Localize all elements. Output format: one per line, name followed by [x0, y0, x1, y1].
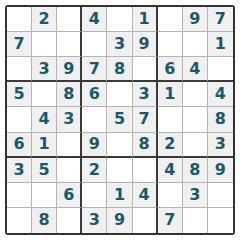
given-digit: 6: [164, 61, 175, 77]
cell-r8c2[interactable]: [32, 183, 57, 208]
given-digit: 6: [63, 187, 74, 203]
cell-r8c5[interactable]: 1: [107, 183, 132, 208]
cell-r5c8[interactable]: [183, 107, 208, 132]
cell-r8c1[interactable]: [7, 183, 32, 208]
cell-r9c2[interactable]: 8: [32, 208, 57, 233]
given-digit: 4: [215, 86, 226, 102]
sudoku-grid: 2419773913978645863144357861982335248961…: [7, 7, 233, 233]
cell-r9c8[interactable]: [183, 208, 208, 233]
given-digit: 1: [164, 86, 175, 102]
cell-r2c7[interactable]: [158, 32, 183, 57]
given-digit: 7: [89, 61, 100, 77]
cell-r6c9[interactable]: 3: [208, 133, 233, 158]
sudoku-board: 2419773913978645863144357861982335248961…: [5, 5, 235, 235]
given-digit: 5: [39, 162, 50, 178]
cell-r5c6[interactable]: 7: [133, 107, 158, 132]
cell-r6c5[interactable]: [107, 133, 132, 158]
cell-r5c3[interactable]: 3: [57, 107, 82, 132]
given-digit: 9: [63, 61, 74, 77]
cell-r1c8[interactable]: 9: [183, 7, 208, 32]
given-digit: 5: [13, 86, 24, 102]
cell-r5c2[interactable]: 4: [32, 107, 57, 132]
given-digit: 8: [114, 61, 125, 77]
given-digit: 8: [215, 111, 226, 127]
given-digit: 8: [39, 212, 50, 228]
cell-r7c9[interactable]: 9: [208, 158, 233, 183]
cell-r1c7[interactable]: [158, 7, 183, 32]
cell-r8c7[interactable]: [158, 183, 183, 208]
given-digit: 9: [139, 36, 150, 52]
given-digit: 3: [189, 187, 200, 203]
cell-r4c1[interactable]: 5: [7, 82, 32, 107]
given-digit: 6: [13, 136, 24, 152]
cell-r3c2[interactable]: 3: [32, 57, 57, 82]
cell-r4c8[interactable]: [183, 82, 208, 107]
cell-r1c4[interactable]: 4: [82, 7, 107, 32]
given-digit: 8: [189, 162, 200, 178]
cell-r3c5[interactable]: 8: [107, 57, 132, 82]
cell-r4c2[interactable]: [32, 82, 57, 107]
cell-r8c4[interactable]: [82, 183, 107, 208]
given-digit: 4: [89, 11, 100, 27]
given-digit: 4: [189, 61, 200, 77]
cell-r2c1[interactable]: 7: [7, 32, 32, 57]
cell-r7c7[interactable]: 4: [158, 158, 183, 183]
cell-r9c4[interactable]: 3: [82, 208, 107, 233]
given-digit: 1: [114, 187, 125, 203]
cell-r6c1[interactable]: 6: [7, 133, 32, 158]
cell-r6c3[interactable]: [57, 133, 82, 158]
given-digit: 2: [39, 11, 50, 27]
cell-r5c9[interactable]: 8: [208, 107, 233, 132]
given-digit: 3: [215, 136, 226, 152]
cell-r3c3[interactable]: 9: [57, 57, 82, 82]
cell-r2c4[interactable]: [82, 32, 107, 57]
given-digit: 5: [114, 111, 125, 127]
cell-r8c6[interactable]: 4: [133, 183, 158, 208]
cell-r1c5[interactable]: [107, 7, 132, 32]
given-digit: 7: [215, 11, 226, 27]
cell-r3c4[interactable]: 7: [82, 57, 107, 82]
cell-r7c4[interactable]: 2: [82, 158, 107, 183]
given-digit: 4: [39, 111, 50, 127]
cell-r1c1[interactable]: [7, 7, 32, 32]
cell-r5c7[interactable]: [158, 107, 183, 132]
cell-r1c2[interactable]: 2: [32, 7, 57, 32]
cell-r9c1[interactable]: [7, 208, 32, 233]
cell-r3c6[interactable]: [133, 57, 158, 82]
given-digit: 3: [39, 61, 50, 77]
cell-r9c5[interactable]: 9: [107, 208, 132, 233]
given-digit: 9: [89, 136, 100, 152]
given-digit: 3: [114, 36, 125, 52]
cell-r2c9[interactable]: 1: [208, 32, 233, 57]
cell-r1c6[interactable]: 1: [133, 7, 158, 32]
given-digit: 9: [189, 11, 200, 27]
cell-r6c8[interactable]: [183, 133, 208, 158]
cell-r6c7[interactable]: 2: [158, 133, 183, 158]
cell-r5c1[interactable]: [7, 107, 32, 132]
given-digit: 1: [215, 36, 226, 52]
cell-r9c6[interactable]: [133, 208, 158, 233]
cell-r4c4[interactable]: 6: [82, 82, 107, 107]
cell-r2c2[interactable]: [32, 32, 57, 57]
cell-r4c9[interactable]: 4: [208, 82, 233, 107]
cell-r9c9[interactable]: [208, 208, 233, 233]
cell-r6c2[interactable]: 1: [32, 133, 57, 158]
cell-r7c1[interactable]: 3: [7, 158, 32, 183]
cell-r3c9[interactable]: [208, 57, 233, 82]
given-digit: 3: [139, 86, 150, 102]
cell-r2c8[interactable]: [183, 32, 208, 57]
cell-r4c5[interactable]: [107, 82, 132, 107]
cell-r4c7[interactable]: 1: [158, 82, 183, 107]
cell-r7c2[interactable]: 5: [32, 158, 57, 183]
cell-r2c5[interactable]: 3: [107, 32, 132, 57]
cell-r9c7[interactable]: 7: [158, 208, 183, 233]
cell-r1c9[interactable]: 7: [208, 7, 233, 32]
cell-r7c6[interactable]: [133, 158, 158, 183]
given-digit: 2: [164, 136, 175, 152]
given-digit: 9: [114, 212, 125, 228]
cell-r5c5[interactable]: 5: [107, 107, 132, 132]
given-digit: 7: [139, 111, 150, 127]
cell-r3c7[interactable]: 6: [158, 57, 183, 82]
given-digit: 8: [139, 136, 150, 152]
given-digit: 8: [63, 86, 74, 102]
given-digit: 9: [215, 162, 226, 178]
cell-r8c9[interactable]: [208, 183, 233, 208]
cell-r2c3[interactable]: [57, 32, 82, 57]
cell-r3c8[interactable]: 4: [183, 57, 208, 82]
cell-r7c3[interactable]: [57, 158, 82, 183]
given-digit: 3: [89, 212, 100, 228]
given-digit: 3: [13, 162, 24, 178]
cell-r5c4[interactable]: [82, 107, 107, 132]
given-digit: 1: [139, 11, 150, 27]
given-digit: 6: [89, 86, 100, 102]
given-digit: 4: [164, 162, 175, 178]
cell-r4c6[interactable]: 3: [133, 82, 158, 107]
given-digit: 7: [164, 212, 175, 228]
given-digit: 2: [89, 162, 100, 178]
cell-r8c3[interactable]: 6: [57, 183, 82, 208]
given-digit: 7: [13, 36, 24, 52]
cell-r6c4[interactable]: 9: [82, 133, 107, 158]
given-digit: 3: [63, 111, 74, 127]
cell-r6c6[interactable]: 8: [133, 133, 158, 158]
cell-r7c8[interactable]: 8: [183, 158, 208, 183]
cell-r2c6[interactable]: 9: [133, 32, 158, 57]
given-digit: 4: [139, 187, 150, 203]
given-digit: 1: [39, 136, 50, 152]
cell-r4c3[interactable]: 8: [57, 82, 82, 107]
cell-r8c8[interactable]: 3: [183, 183, 208, 208]
cell-r9c3[interactable]: [57, 208, 82, 233]
cell-r1c3[interactable]: [57, 7, 82, 32]
cell-r7c5[interactable]: [107, 158, 132, 183]
cell-r3c1[interactable]: [7, 57, 32, 82]
